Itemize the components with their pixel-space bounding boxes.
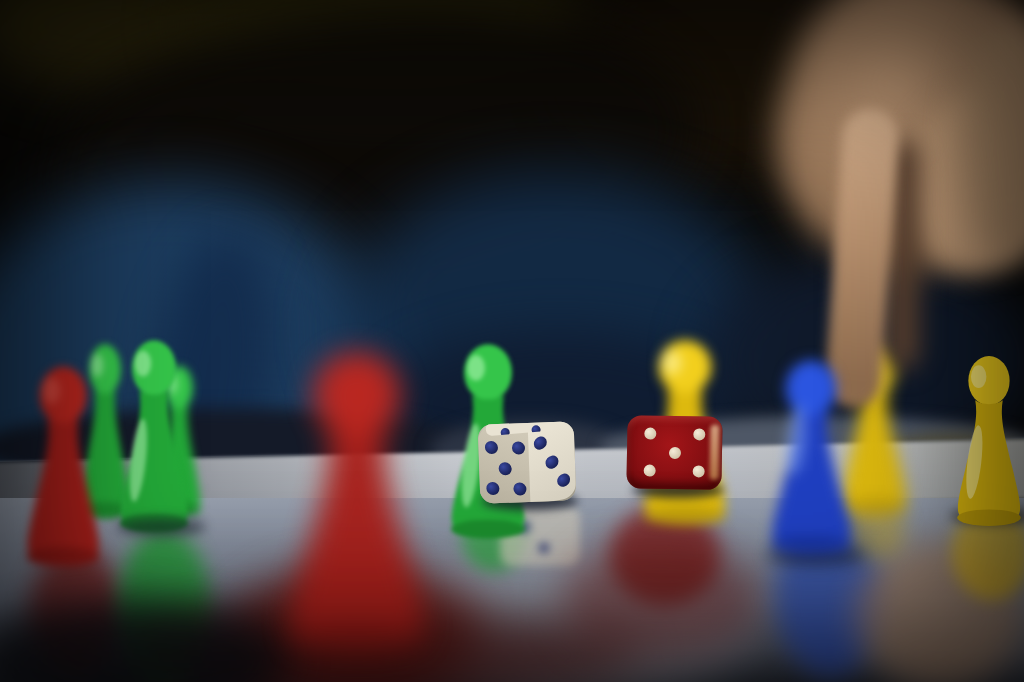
die-pip	[693, 466, 705, 478]
reflection-red-die-soft	[560, 540, 760, 660]
white-die-face-five	[478, 428, 534, 503]
pawn-red-defocused[interactable]	[266, 348, 448, 658]
die-pip	[693, 428, 705, 440]
pawn-yellow-right[interactable]	[946, 354, 1024, 529]
die-pip	[534, 435, 547, 450]
die-pip	[513, 482, 526, 495]
die-pip	[499, 462, 512, 475]
white-die-face-three	[528, 421, 577, 503]
ludo-photo-scene	[0, 0, 1024, 682]
die-pip	[484, 441, 497, 454]
pawn-green-left-front[interactable]	[108, 338, 200, 536]
pawn-blue[interactable]	[758, 358, 864, 558]
die-pip	[545, 454, 558, 469]
die-pip	[643, 465, 655, 477]
red-die[interactable]	[626, 415, 722, 490]
die-pip	[668, 446, 680, 458]
pawn-red-left[interactable]	[14, 364, 112, 570]
die-pip	[557, 473, 570, 488]
white-die[interactable]	[478, 421, 577, 503]
die-pip	[486, 482, 499, 495]
green-front-shadow	[116, 518, 206, 536]
red-die-edge-highlight	[710, 425, 720, 480]
die-pip	[512, 441, 525, 454]
die-pip	[644, 427, 656, 439]
red-die-face-five	[626, 415, 722, 490]
